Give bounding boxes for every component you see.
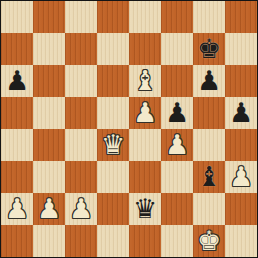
square-a5[interactable]	[1, 97, 33, 129]
square-g1[interactable]: ♚	[193, 225, 225, 257]
square-e6[interactable]: ♝	[129, 65, 161, 97]
black-pawn-a6[interactable]: ♟	[5, 65, 29, 97]
square-c1[interactable]	[65, 225, 97, 257]
square-d4[interactable]: ♛	[97, 129, 129, 161]
square-f5[interactable]: ♟	[161, 97, 193, 129]
square-f2[interactable]	[161, 193, 193, 225]
square-a3[interactable]	[1, 161, 33, 193]
chess-board: ♚♟♝♟♟♟♟♛♟♝♟♟♟♟♛♚	[1, 1, 257, 257]
square-g8[interactable]	[193, 1, 225, 33]
white-pawn-h3[interactable]: ♟	[229, 161, 253, 193]
square-c2[interactable]: ♟	[65, 193, 97, 225]
square-c3[interactable]	[65, 161, 97, 193]
square-d7[interactable]	[97, 33, 129, 65]
square-e8[interactable]	[129, 1, 161, 33]
white-pawn-a2[interactable]: ♟	[5, 193, 29, 225]
white-pawn-f4[interactable]: ♟	[165, 129, 189, 161]
square-f1[interactable]	[161, 225, 193, 257]
square-g6[interactable]: ♟	[193, 65, 225, 97]
square-h3[interactable]: ♟	[225, 161, 257, 193]
square-a7[interactable]	[1, 33, 33, 65]
square-b7[interactable]	[33, 33, 65, 65]
square-a1[interactable]	[1, 225, 33, 257]
square-e3[interactable]	[129, 161, 161, 193]
square-h6[interactable]	[225, 65, 257, 97]
black-pawn-h5[interactable]: ♟	[229, 97, 253, 129]
square-c4[interactable]	[65, 129, 97, 161]
square-b3[interactable]	[33, 161, 65, 193]
square-h8[interactable]	[225, 1, 257, 33]
square-h2[interactable]	[225, 193, 257, 225]
white-king-g1[interactable]: ♚	[197, 225, 221, 257]
square-b5[interactable]	[33, 97, 65, 129]
square-e4[interactable]	[129, 129, 161, 161]
square-d2[interactable]	[97, 193, 129, 225]
white-queen-d4[interactable]: ♛	[101, 129, 125, 161]
square-g7[interactable]: ♚	[193, 33, 225, 65]
square-e1[interactable]	[129, 225, 161, 257]
square-b4[interactable]	[33, 129, 65, 161]
black-pawn-g6[interactable]: ♟	[197, 65, 221, 97]
square-g4[interactable]	[193, 129, 225, 161]
square-d3[interactable]	[97, 161, 129, 193]
square-h5[interactable]: ♟	[225, 97, 257, 129]
square-h1[interactable]	[225, 225, 257, 257]
square-f3[interactable]	[161, 161, 193, 193]
square-a6[interactable]: ♟	[1, 65, 33, 97]
square-f6[interactable]	[161, 65, 193, 97]
white-pawn-c2[interactable]: ♟	[69, 193, 93, 225]
square-h4[interactable]	[225, 129, 257, 161]
white-bishop-e6[interactable]: ♝	[133, 65, 157, 97]
square-d5[interactable]	[97, 97, 129, 129]
square-c5[interactable]	[65, 97, 97, 129]
square-e2[interactable]: ♛	[129, 193, 161, 225]
square-d8[interactable]	[97, 1, 129, 33]
white-pawn-b2[interactable]: ♟	[37, 193, 61, 225]
square-g3[interactable]: ♝	[193, 161, 225, 193]
black-pawn-f5[interactable]: ♟	[165, 97, 189, 129]
square-c8[interactable]	[65, 1, 97, 33]
square-b6[interactable]	[33, 65, 65, 97]
square-a8[interactable]	[1, 1, 33, 33]
chess-board-frame: ♚♟♝♟♟♟♟♛♟♝♟♟♟♟♛♚	[0, 0, 258, 258]
square-a2[interactable]: ♟	[1, 193, 33, 225]
square-f4[interactable]: ♟	[161, 129, 193, 161]
square-e7[interactable]	[129, 33, 161, 65]
square-g2[interactable]	[193, 193, 225, 225]
square-g5[interactable]	[193, 97, 225, 129]
black-queen-e2[interactable]: ♛	[133, 193, 157, 225]
square-a4[interactable]	[1, 129, 33, 161]
black-king-g7[interactable]: ♚	[197, 33, 221, 65]
square-b8[interactable]	[33, 1, 65, 33]
square-b2[interactable]: ♟	[33, 193, 65, 225]
black-bishop-g3[interactable]: ♝	[197, 161, 221, 193]
square-d6[interactable]	[97, 65, 129, 97]
square-f7[interactable]	[161, 33, 193, 65]
square-e5[interactable]: ♟	[129, 97, 161, 129]
square-h7[interactable]	[225, 33, 257, 65]
square-c7[interactable]	[65, 33, 97, 65]
square-d1[interactable]	[97, 225, 129, 257]
square-b1[interactable]	[33, 225, 65, 257]
square-f8[interactable]	[161, 1, 193, 33]
white-pawn-e5[interactable]: ♟	[133, 97, 157, 129]
square-c6[interactable]	[65, 65, 97, 97]
